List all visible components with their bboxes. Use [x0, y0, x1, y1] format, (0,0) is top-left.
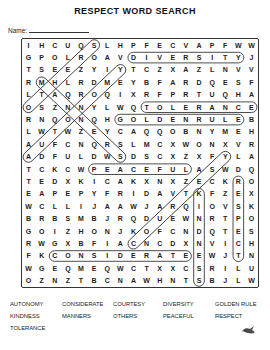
grid-cell: N — [192, 126, 205, 138]
grid-cell: Q — [74, 39, 87, 51]
grid-cell: Q — [206, 225, 219, 237]
grid-cell: Z — [74, 126, 87, 138]
grid-cell: W — [22, 200, 35, 212]
grid-cell: R — [140, 250, 153, 262]
grid-cell: X — [166, 262, 179, 274]
grid-cell: A — [22, 151, 35, 163]
word-bank-item: PEACEFUL — [163, 313, 215, 319]
grid-cell: D — [48, 175, 61, 187]
grid-cell: A — [114, 237, 127, 249]
grid-cell: C — [61, 163, 74, 175]
grid-cell: S — [206, 163, 219, 175]
grid-cell: P — [127, 39, 140, 51]
grid-cell: Z — [153, 64, 166, 76]
grid-cell: Z — [192, 64, 205, 76]
grid-cell: R — [22, 113, 35, 125]
grid-cell: X — [127, 89, 140, 101]
grid-cell: F — [88, 237, 101, 249]
grid-cell: I — [206, 51, 219, 63]
grid-cell: L — [61, 76, 74, 88]
grid-cell: X — [140, 175, 153, 187]
grid-cell: D — [232, 163, 245, 175]
grid-cell: E — [101, 163, 114, 175]
grid-cell: H — [232, 89, 245, 101]
grid-cell: N — [179, 225, 192, 237]
grid-cell: F — [153, 76, 166, 88]
grid-cell: C — [48, 250, 61, 262]
grid-cell: D — [140, 188, 153, 200]
grid-cell: R — [179, 51, 192, 63]
grid-cell: X — [179, 237, 192, 249]
grid-cell: R — [232, 175, 245, 187]
grid-cell: D — [166, 237, 179, 249]
grid-cell: C — [153, 151, 166, 163]
grid-cell: N — [245, 250, 258, 262]
grid-cell: V — [166, 188, 179, 200]
grid-cell: Q — [101, 262, 114, 274]
grid-cell: R — [22, 76, 35, 88]
grid-cell: Z — [179, 151, 192, 163]
grid-cell: T — [219, 225, 232, 237]
grid-cell: C — [179, 262, 192, 274]
grid-cell: S — [245, 225, 258, 237]
grid-cell: A — [114, 200, 127, 212]
grid-cell: A — [35, 188, 48, 200]
grid-cell: N — [114, 275, 127, 287]
grid-cell: B — [74, 237, 87, 249]
grid-cell: D — [192, 76, 205, 88]
grid-cell: R — [245, 138, 258, 150]
grid-cell: W — [232, 39, 245, 51]
grid-cell: U — [61, 39, 74, 51]
grid-cell: R — [101, 138, 114, 150]
grid-cell: L — [219, 113, 232, 125]
grid-cell: L — [232, 151, 245, 163]
grid-cell: I — [127, 188, 140, 200]
grid-cell: I — [219, 237, 232, 249]
grid-cell: K — [48, 163, 61, 175]
grid-cell: J — [219, 275, 232, 287]
grid-cell: C — [114, 126, 127, 138]
grid-cell: O — [22, 101, 35, 113]
grid-cell: E — [179, 250, 192, 262]
grid-cell: W — [35, 237, 48, 249]
grid-cell: J — [219, 250, 232, 262]
grid-cell: P — [74, 188, 87, 200]
grid-cell: I — [101, 250, 114, 262]
grid-cell: O — [140, 225, 153, 237]
word-bank-item: CONSIDERATE — [62, 301, 113, 307]
grid-cell: A — [153, 188, 166, 200]
grid-cell: E — [48, 262, 61, 274]
grid-cell: O — [61, 113, 74, 125]
grid-cell: Q — [48, 113, 61, 125]
grid-cell: Q — [88, 138, 101, 150]
grid-cell: F — [48, 151, 61, 163]
grid-cell: M — [219, 126, 232, 138]
grid-cell: I — [219, 262, 232, 274]
grid-cell: M — [35, 76, 48, 88]
grid-cell: P — [206, 39, 219, 51]
grid-cell: Z — [179, 175, 192, 187]
grid-cell: C — [140, 64, 153, 76]
grid-cell: X — [219, 138, 232, 150]
grid-cell: A — [192, 163, 205, 175]
grid-cell: S — [61, 213, 74, 225]
grid-cell: F — [22, 250, 35, 262]
grid-cell: U — [61, 151, 74, 163]
grid-cell: N — [166, 275, 179, 287]
grid-cell: E — [219, 76, 232, 88]
grid-cell: T — [140, 101, 153, 113]
grid-cell: Q — [206, 76, 219, 88]
grid-cell: U — [35, 138, 48, 150]
grid-cell: O — [192, 138, 205, 150]
word-bank-item: MANNERS — [62, 313, 113, 319]
grid-cell: T — [22, 64, 35, 76]
grid-cell: T — [127, 64, 140, 76]
grid-cell: N — [219, 64, 232, 76]
grid-cell: L — [101, 39, 114, 51]
grid-cell: R — [192, 113, 205, 125]
grid-cell: L — [206, 64, 219, 76]
grid-cell: V — [232, 64, 245, 76]
grid-cell: G — [22, 51, 35, 63]
grid-cell: M — [74, 213, 87, 225]
grid-cell: D — [127, 51, 140, 63]
grid-cell: K — [127, 225, 140, 237]
grid-cell: S — [232, 76, 245, 88]
grid-cell: Y — [206, 126, 219, 138]
grid-cell: N — [140, 237, 153, 249]
grid-cell: X — [61, 237, 74, 249]
grid-cell: Q — [127, 101, 140, 113]
grid-cell: Q — [140, 126, 153, 138]
word-bank-item: DIVERSITY — [163, 301, 215, 307]
grid-cell: Y — [88, 188, 101, 200]
grid-cell: Z — [61, 275, 74, 287]
grid-cell: X — [166, 138, 179, 150]
page-title: RESPECT WORD SEARCH — [0, 6, 270, 16]
grid-cell: P — [48, 188, 61, 200]
grid-cell: O — [127, 113, 140, 125]
grid-cell: L — [140, 113, 153, 125]
grid-cell: F — [206, 151, 219, 163]
grid-cell: N — [219, 101, 232, 113]
grid-cell: G — [48, 237, 61, 249]
word-bank-item: KINDNESS — [10, 313, 62, 319]
grid-cell: H — [114, 39, 127, 51]
grid-cell: E — [153, 39, 166, 51]
grid-cell: H — [245, 126, 258, 138]
grid-cell: L — [48, 200, 61, 212]
grid-cell: C — [48, 39, 61, 51]
grid-cell: Z — [74, 64, 87, 76]
grid-cell: R — [74, 51, 87, 63]
grid-cell: W — [114, 262, 127, 274]
grid-cell: W — [101, 151, 114, 163]
grid-cell: X — [166, 64, 179, 76]
grid-cell: D — [140, 213, 153, 225]
grid-cell: D — [127, 151, 140, 163]
grid-cell: E — [127, 250, 140, 262]
grid-cell: D — [88, 76, 101, 88]
grid-cell: O — [166, 126, 179, 138]
grid-cell: I — [101, 64, 114, 76]
grid-cell: C — [232, 101, 245, 113]
grid-cell: M — [74, 262, 87, 274]
grid-cell: E — [166, 213, 179, 225]
grid-cell: W — [245, 275, 258, 287]
grid-cell: L — [232, 262, 245, 274]
grid-cell: L — [232, 275, 245, 287]
grid-cell: F — [140, 39, 153, 51]
grid-cell: E — [48, 64, 61, 76]
grid-cell: Z — [219, 188, 232, 200]
grid-cell: E — [192, 175, 205, 187]
grid-cell: O — [153, 101, 166, 113]
grid-cell: C — [206, 175, 219, 187]
grid-cell: S — [140, 151, 153, 163]
grid-cell: B — [179, 126, 192, 138]
grid-cell: D — [35, 151, 48, 163]
grid-cell: C — [153, 138, 166, 150]
grid-cell: N — [206, 138, 219, 150]
grid-cell: E — [232, 113, 245, 125]
letter-grid: IHCUQSLHPFECVAPFWWGPOLROAVDIVERSITYJTSEE… — [22, 39, 258, 287]
grid-cell: Q — [61, 89, 74, 101]
grid-cell: F — [245, 76, 258, 88]
grid-cell: S — [192, 262, 205, 274]
grid-cell: W — [179, 138, 192, 150]
grid-cell: N — [153, 175, 166, 187]
grid-cell: A — [127, 126, 140, 138]
grid-cell: G — [22, 225, 35, 237]
grid-cell: H — [35, 39, 48, 51]
word-bank-item: AUTONOMY — [10, 301, 62, 307]
grid-cell: V — [114, 51, 127, 63]
grid-cell: N — [61, 101, 74, 113]
grid-cell: N — [74, 250, 87, 262]
grid-cell: N — [192, 237, 205, 249]
grid-cell: E — [192, 250, 205, 262]
grid-cell: V — [153, 51, 166, 63]
grid-cell: P — [166, 89, 179, 101]
grid-cell: D — [114, 250, 127, 262]
grid-cell: A — [153, 200, 166, 212]
grid-cell: W — [219, 163, 232, 175]
grid-cell: O — [88, 51, 101, 63]
word-bank-item: RESPECT — [215, 313, 264, 319]
grid-cell: E — [166, 51, 179, 63]
name-blank-line — [29, 26, 89, 33]
grid-cell: F — [153, 89, 166, 101]
grid-cell: T — [166, 250, 179, 262]
grid-cell: O — [48, 51, 61, 63]
grid-cell: Y — [219, 151, 232, 163]
grid-cell: V — [219, 200, 232, 212]
grid-cell: R — [140, 89, 153, 101]
grid-cell: X — [153, 262, 166, 274]
grid-cell: W — [114, 101, 127, 113]
grid-cell: J — [245, 51, 258, 63]
grid-cell: Q — [101, 89, 114, 101]
grid-cell: L — [61, 200, 74, 212]
grid-cell: O — [206, 200, 219, 212]
grid-cell: P — [232, 213, 245, 225]
grid-cell: C — [166, 225, 179, 237]
grid-cell: J — [101, 213, 114, 225]
grid-cell: V — [206, 237, 219, 249]
grid-cell: L — [74, 151, 87, 163]
grid-cell: Y — [232, 51, 245, 63]
grid-cell: A — [153, 250, 166, 262]
grid-cell: W — [61, 126, 74, 138]
grid-cell: I — [88, 175, 101, 187]
grid-cell: U — [245, 262, 258, 274]
grid-cell: N — [101, 225, 114, 237]
grid-cell: Q — [61, 262, 74, 274]
grid-cell: K — [127, 175, 140, 187]
grid-cell: S — [192, 275, 205, 287]
grid-cell: F — [206, 188, 219, 200]
grid-cell: N — [35, 113, 48, 125]
grid-cell: A — [22, 138, 35, 150]
worksheet-page: RESPECT WORD SEARCH Name: IHCUQSLHPFECVA… — [0, 0, 270, 350]
name-label: Name: — [8, 27, 27, 34]
grid-cell: Y — [88, 64, 101, 76]
grid-cell: K — [35, 250, 48, 262]
grid-cell: S — [192, 51, 205, 63]
grid-cell: Q — [179, 200, 192, 212]
grid-cell: V — [232, 138, 245, 150]
grid-cell: I — [192, 200, 205, 212]
grid-cell: E — [245, 101, 258, 113]
grid-cell: V — [245, 64, 258, 76]
grid-cell: L — [22, 89, 35, 101]
grid-cell: X — [192, 151, 205, 163]
grid-cell: E — [166, 113, 179, 125]
grid-cell: L — [127, 138, 140, 150]
grid-cell: X — [245, 188, 258, 200]
grid-cell: H — [48, 76, 61, 88]
grid-cell: B — [140, 76, 153, 88]
grid-cell: A — [114, 163, 127, 175]
grid-cell: E — [140, 163, 153, 175]
grid-cell: E — [232, 225, 245, 237]
grid-cell: S — [35, 101, 48, 113]
grid-cell: U — [153, 213, 166, 225]
grid-cell: D — [88, 151, 101, 163]
grid-cell: A — [245, 89, 258, 101]
grid-cell: H — [153, 275, 166, 287]
grid-cell: B — [88, 213, 101, 225]
grid-cell: L — [61, 51, 74, 63]
grid-cell: F — [101, 188, 114, 200]
grid-cell: H — [74, 225, 87, 237]
grid-cell: W — [74, 163, 87, 175]
grid-cell: T — [35, 89, 48, 101]
grid-cell: T — [48, 126, 61, 138]
grid-cell: A — [192, 39, 205, 51]
grid-cell: X — [166, 151, 179, 163]
grid-cell: O — [245, 175, 258, 187]
grid-cell: A — [127, 275, 140, 287]
grid-cell: E — [114, 76, 127, 88]
grid-cell: T — [140, 262, 153, 274]
grid-cell: C — [127, 163, 140, 175]
grid-cell: R — [114, 188, 127, 200]
grid-cell: I — [101, 237, 114, 249]
grid-cell: E — [61, 64, 74, 76]
grid-cell: A — [206, 101, 219, 113]
grid-cell: M — [101, 76, 114, 88]
grid-cell: W — [140, 275, 153, 287]
grid-cell: G — [114, 113, 127, 125]
grid-cell: E — [88, 262, 101, 274]
grid-cell: B — [206, 275, 219, 287]
word-bank: AUTONOMY CONSIDERATE COURTESY DIVERSITY … — [10, 298, 264, 334]
grid-cell: T — [74, 275, 87, 287]
grid-cell: R — [22, 237, 35, 249]
grid-cell: U — [206, 113, 219, 125]
word-bank-item: OTHERS — [113, 313, 163, 319]
grid-cell: B — [48, 213, 61, 225]
grid-cell: I — [114, 89, 127, 101]
grid-cell: R — [179, 89, 192, 101]
grid-cell: T — [219, 213, 232, 225]
grid-cell: N — [48, 275, 61, 287]
grid-cell: N — [74, 101, 87, 113]
grid-cell: Y — [101, 126, 114, 138]
grid-cell: U — [166, 163, 179, 175]
grid-cell: A — [48, 89, 61, 101]
grid-cell: R — [192, 101, 205, 113]
word-bank-item: GOLDEN RULE — [215, 301, 264, 307]
grid-cell: T — [219, 51, 232, 63]
grid-cell: J — [114, 225, 127, 237]
grid-cell: Z — [61, 225, 74, 237]
grid-cell: D — [192, 225, 205, 237]
word-search-board: IHCUQSLHPFECVAPFWWGPOLROAVDIVERSITYJTSEE… — [21, 38, 259, 288]
grid-cell: O — [88, 89, 101, 101]
grid-cell: R — [35, 213, 48, 225]
grid-cell: D — [153, 113, 166, 125]
grid-cell: A — [179, 64, 192, 76]
grid-cell: T — [22, 175, 35, 187]
grid-cell: A — [245, 151, 258, 163]
grid-cell: W — [179, 213, 192, 225]
grid-cell: U — [206, 89, 219, 101]
grid-cell: X — [166, 175, 179, 187]
grid-cell: R — [179, 76, 192, 88]
grid-cell: L — [179, 163, 192, 175]
grid-cell: E — [61, 188, 74, 200]
grid-cell: H — [245, 237, 258, 249]
grid-cell: F — [153, 163, 166, 175]
grid-cell: Q — [88, 113, 101, 125]
grid-cell: W — [22, 262, 35, 274]
grid-cell: T — [179, 275, 192, 287]
grid-cell: O — [88, 225, 101, 237]
word-bank-item: TOLERANCE — [10, 325, 62, 331]
grid-cell: S — [35, 64, 48, 76]
grid-cell: K — [74, 175, 87, 187]
grid-cell: W — [35, 126, 48, 138]
grid-cell: S — [232, 200, 245, 212]
grid-cell: C — [232, 237, 245, 249]
grid-cell: L — [22, 126, 35, 138]
